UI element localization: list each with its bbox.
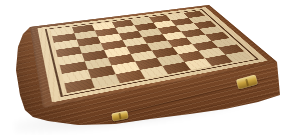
brass-clasp-right: [236, 75, 258, 90]
brass-clasp-front: [111, 111, 128, 122]
chessboard-photo: [0, 0, 285, 135]
